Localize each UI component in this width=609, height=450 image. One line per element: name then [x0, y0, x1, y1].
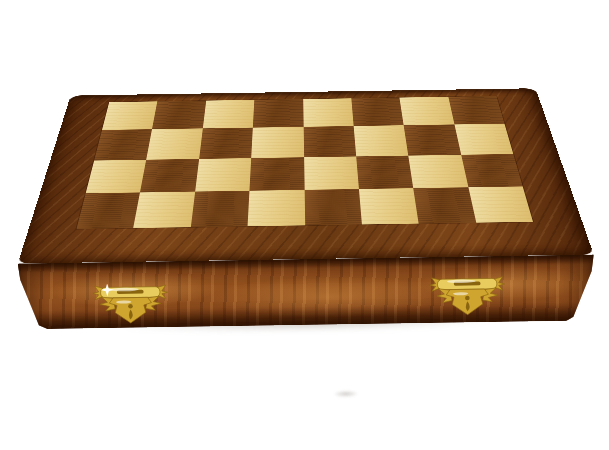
brass-latch-right	[424, 275, 511, 320]
brass-latch-left	[87, 283, 174, 328]
latch-icon	[87, 283, 174, 328]
board-square	[356, 155, 413, 188]
chessboard-grid	[76, 96, 533, 229]
board-square	[253, 99, 303, 128]
chess-box	[15, 87, 595, 336]
box-top-face	[18, 88, 594, 263]
board-square	[303, 126, 356, 157]
board-square	[304, 156, 359, 190]
board-square	[76, 192, 140, 229]
board-square	[147, 129, 203, 160]
latch-icon	[424, 275, 511, 320]
board-square	[102, 101, 158, 130]
board-square	[248, 190, 305, 227]
board-square	[140, 159, 199, 193]
board-square	[408, 155, 468, 188]
board-square	[203, 100, 255, 129]
board-square	[152, 101, 206, 130]
board-square	[304, 189, 362, 225]
photo-stage	[0, 0, 609, 450]
board-square	[461, 154, 523, 187]
board-square	[195, 158, 251, 192]
board-square	[251, 127, 303, 158]
board-square	[359, 188, 419, 224]
board-square	[86, 160, 147, 194]
board-square	[400, 97, 455, 126]
board-square	[250, 157, 305, 191]
board-square	[404, 125, 461, 156]
board-square	[191, 191, 250, 228]
dust-speck	[333, 390, 359, 397]
box-front-face	[18, 254, 595, 329]
board-square	[468, 186, 533, 222]
board-square	[354, 125, 409, 156]
board-square	[454, 124, 513, 155]
board-square	[303, 98, 354, 127]
board-square	[134, 191, 195, 228]
board-square	[94, 129, 152, 160]
board-square	[448, 96, 504, 125]
board-square	[199, 128, 253, 159]
board-square	[413, 187, 475, 223]
board-square	[351, 98, 404, 127]
board-frame	[18, 88, 594, 263]
